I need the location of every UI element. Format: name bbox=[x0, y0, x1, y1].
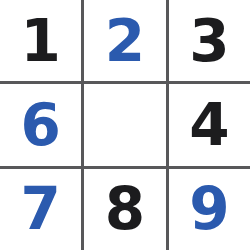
cell-r2c1[interactable]: 6 bbox=[0, 84, 81, 165]
cell-r1c1[interactable]: 1 bbox=[0, 0, 81, 81]
cell-r2c2[interactable] bbox=[84, 84, 165, 165]
cell-r2c3[interactable]: 4 bbox=[169, 84, 250, 165]
cell-r3c2[interactable]: 8 bbox=[84, 169, 165, 250]
cell-r3c3[interactable]: 9 bbox=[169, 169, 250, 250]
sudoku-board: 1 2 3 6 4 7 8 9 bbox=[0, 0, 250, 250]
cell-r3c1[interactable]: 7 bbox=[0, 169, 81, 250]
cell-r1c3[interactable]: 3 bbox=[169, 0, 250, 81]
cell-r1c2[interactable]: 2 bbox=[84, 0, 165, 81]
